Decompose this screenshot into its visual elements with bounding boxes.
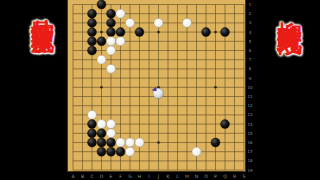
column-label: J xyxy=(157,174,159,179)
black-stone xyxy=(107,18,116,27)
row-label: 6 xyxy=(249,48,252,53)
row-label: 2 xyxy=(249,11,252,16)
column-label: K xyxy=(166,174,170,179)
white-stone xyxy=(97,120,106,129)
white-stone xyxy=(192,147,201,156)
white-stone xyxy=(97,55,106,64)
white-stone xyxy=(183,18,192,27)
row-label: 18 xyxy=(247,158,253,163)
thumbnail-stage: ABCDEFGHIJKLMNOPQRS123456789101112131415… xyxy=(0,0,320,180)
black-stone xyxy=(88,18,97,27)
row-label: 15 xyxy=(247,131,253,136)
black-stone xyxy=(88,46,97,55)
white-stone xyxy=(107,120,116,129)
white-stone xyxy=(116,37,125,46)
go-board: ABCDEFGHIJKLMNOPQRS123456789101112131415… xyxy=(0,0,320,180)
column-label: C xyxy=(90,174,93,179)
white-stone xyxy=(107,64,116,73)
star-point xyxy=(214,86,217,89)
star-point xyxy=(157,31,160,34)
white-stone xyxy=(107,37,116,46)
column-label: Q xyxy=(223,174,227,179)
row-label: 7 xyxy=(249,57,252,62)
white-stone xyxy=(126,147,135,156)
row-label: 10 xyxy=(247,85,253,90)
black-stone xyxy=(88,138,97,147)
row-label: 16 xyxy=(247,140,253,145)
row-label: 4 xyxy=(249,30,252,35)
row-label: 17 xyxy=(247,149,253,154)
white-stone xyxy=(154,18,163,27)
black-stone xyxy=(202,28,211,37)
black-stone xyxy=(97,0,106,9)
column-label: L xyxy=(176,174,179,179)
star-point xyxy=(214,31,217,34)
column-label: N xyxy=(195,174,198,179)
column-label: R xyxy=(233,174,237,179)
black-stone xyxy=(88,37,97,46)
column-label: P xyxy=(214,174,217,179)
black-stone xyxy=(97,37,106,46)
row-label: 9 xyxy=(249,76,252,81)
row-label: 14 xyxy=(247,122,253,127)
black-stone xyxy=(97,147,106,156)
black-stone xyxy=(107,147,116,156)
row-label: 5 xyxy=(249,39,252,44)
white-stone xyxy=(126,138,135,147)
white-stone xyxy=(126,18,135,27)
row-label: 11 xyxy=(247,94,253,99)
black-stone xyxy=(88,28,97,37)
column-label: S xyxy=(243,174,246,179)
black-stone xyxy=(107,9,116,18)
row-label: 12 xyxy=(247,103,253,108)
column-label: G xyxy=(128,174,132,179)
black-stone xyxy=(97,138,106,147)
black-stone xyxy=(107,28,116,37)
row-label: 19 xyxy=(247,168,253,173)
black-stone xyxy=(97,129,106,138)
row-label: 13 xyxy=(247,112,253,117)
white-stone xyxy=(135,138,144,147)
black-stone xyxy=(211,138,220,147)
star-point xyxy=(100,86,103,89)
column-label: O xyxy=(204,174,208,179)
row-label: 1 xyxy=(249,2,252,7)
left-player-caption: 仲邑菫女流棋聖 xyxy=(31,1,54,15)
right-player-caption: 柳時熏九段 xyxy=(277,2,302,12)
column-label: A xyxy=(71,174,75,179)
column-label: M xyxy=(185,174,189,179)
row-label: 3 xyxy=(249,20,252,25)
black-stone xyxy=(221,120,230,129)
row-label: 8 xyxy=(249,66,252,71)
column-label: B xyxy=(81,174,84,179)
black-stone xyxy=(116,147,125,156)
black-stone xyxy=(116,28,125,37)
column-label: I xyxy=(148,174,149,179)
black-stone xyxy=(221,28,230,37)
white-stone xyxy=(107,46,116,55)
star-point xyxy=(100,31,103,34)
white-stone xyxy=(116,9,125,18)
black-stone xyxy=(88,9,97,18)
white-stone xyxy=(116,138,125,147)
column-labels: ABCDEFGHIJKLMNOPQRS xyxy=(71,174,245,179)
column-label: F xyxy=(119,174,122,179)
column-label: H xyxy=(138,174,141,179)
row-labels: 12345678910111213141516171819 xyxy=(247,2,253,173)
white-stone xyxy=(107,129,116,138)
black-stone xyxy=(88,120,97,129)
black-stone xyxy=(88,129,97,138)
column-label: E xyxy=(110,174,113,179)
black-stone xyxy=(135,28,144,37)
white-stone xyxy=(88,110,97,119)
black-stone xyxy=(107,138,116,147)
column-label: D xyxy=(100,174,104,179)
star-point xyxy=(157,141,160,144)
